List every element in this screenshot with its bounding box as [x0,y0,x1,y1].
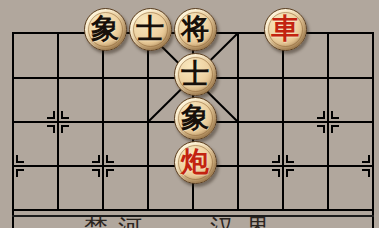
piece-character: 将 [175,9,216,50]
point-marker [61,111,69,119]
point-marker [272,169,280,177]
piece-character: 象 [175,98,216,139]
xiangqi-board: 楚河 汉界 象士将車士象炮 [0,0,379,228]
point-marker [317,125,325,133]
black-advisor-1[interactable]: 士 [129,8,172,51]
point-marker [61,125,69,133]
board-cell [329,34,374,79]
piece-character: 炮 [175,142,216,183]
point-marker [47,111,55,119]
river-top-line [12,215,374,217]
piece-character: 士 [130,9,171,50]
point-marker [106,155,114,163]
point-marker [272,155,280,163]
point-marker [286,155,294,163]
red-chariot[interactable]: 車 [264,8,307,51]
point-marker [47,125,55,133]
board-cell [104,79,149,123]
point-marker [16,169,24,177]
red-cannon[interactable]: 炮 [174,141,217,184]
point-marker [362,169,370,177]
piece-character: 士 [175,54,216,95]
point-marker [106,169,114,177]
point-marker [286,169,294,177]
point-marker [92,169,100,177]
board-cell [239,79,284,123]
river-label-han: 汉界 [210,216,282,228]
piece-character: 車 [265,9,306,50]
point-marker [16,155,24,163]
point-marker [317,111,325,119]
piece-character: 象 [85,9,126,50]
board-left-border [12,209,14,228]
river-label-chu: 楚河 [84,216,152,228]
black-elephant-2[interactable]: 象 [174,97,217,140]
black-elephant-1[interactable]: 象 [84,8,127,51]
black-general[interactable]: 将 [174,8,217,51]
board-cell [14,34,59,79]
point-marker [331,111,339,119]
board-right-border [372,209,374,228]
point-marker [362,155,370,163]
black-advisor-2[interactable]: 士 [174,53,217,96]
point-marker [92,155,100,163]
point-marker [331,125,339,133]
